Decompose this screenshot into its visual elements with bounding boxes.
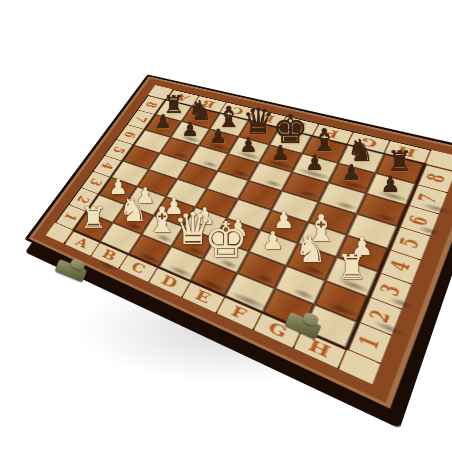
rank-label-left-text: 1 — [62, 211, 79, 222]
rank-label-left-text: 7 — [133, 115, 149, 124]
rank-label-left-text: 5 — [111, 145, 127, 154]
brass-clasp-left — [55, 259, 88, 282]
file-label-far-text: E — [290, 120, 307, 131]
file-label-far-text: B — [201, 99, 217, 109]
file-label-text: C — [129, 260, 147, 276]
file-label-far-text: H — [396, 145, 419, 159]
rank-label-text: 1 — [356, 333, 383, 352]
rank-label-left-text: 6 — [122, 130, 138, 139]
file-label-text: E — [193, 288, 212, 305]
file-label-far-text: G — [359, 136, 379, 149]
file-label-far-text: F — [324, 128, 341, 140]
rank-label-left-text: 4 — [99, 161, 115, 171]
rank-label-left-text: 8 — [143, 101, 159, 109]
rank-label-left-text: 2 — [75, 194, 92, 205]
file-label-far-text: A — [175, 93, 190, 103]
rank-label-text: 4 — [388, 258, 414, 274]
product-photo-stage: ABCDEFGH ABCDEFGH 87654321 87654321 ♜♞♝♛… — [0, 0, 452, 452]
file-label-far-text: C — [229, 105, 245, 115]
file-label-text: A — [74, 236, 91, 250]
file-label-text: F — [229, 304, 248, 322]
file-label-text: D — [159, 274, 179, 291]
rank-label-text: 8 — [424, 172, 448, 184]
rank-label-left-text: 3 — [87, 177, 103, 187]
rank-label-text: 5 — [397, 235, 422, 250]
file-label-far-text: D — [258, 112, 276, 123]
